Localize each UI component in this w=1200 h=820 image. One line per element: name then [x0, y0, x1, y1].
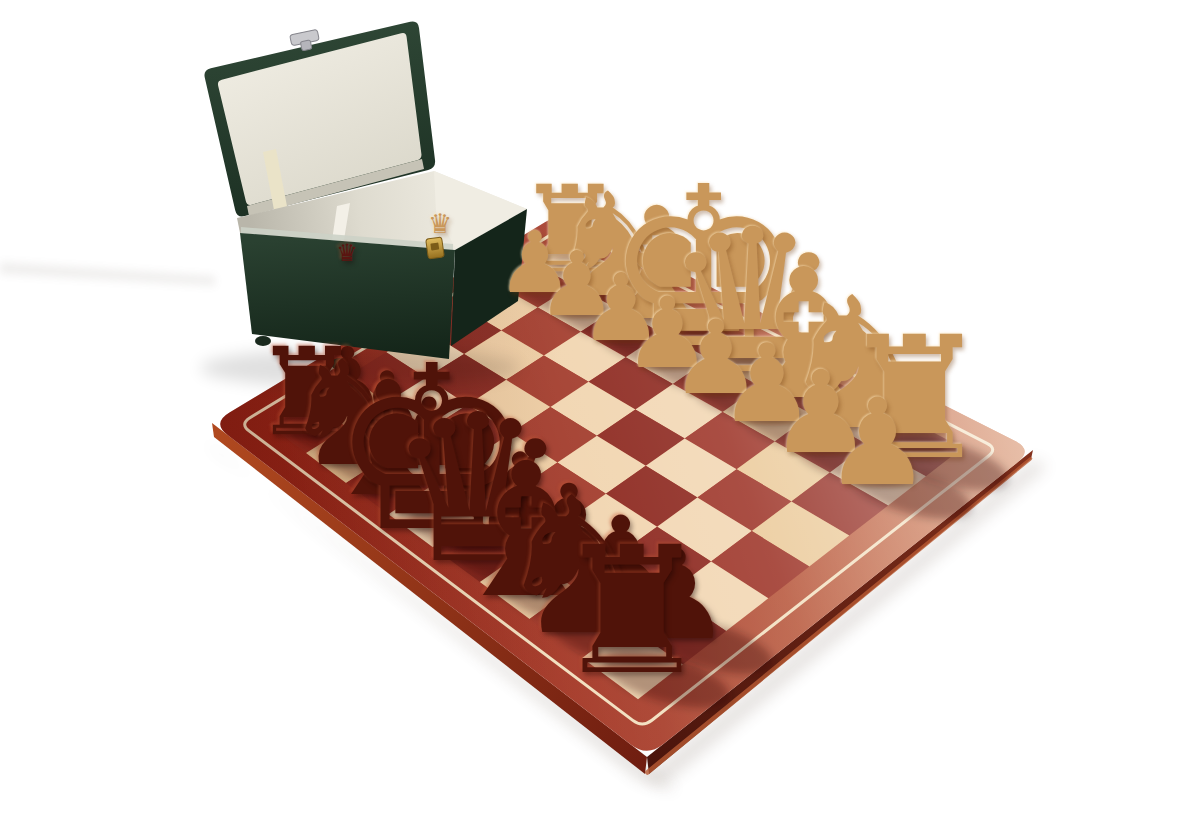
box-shadow — [200, 348, 520, 388]
product-photo-scene: ♜♞♝♛♚♝♞♜♟♟♟♟♟♟♟♟♟♟♟♟♟♟♟♟♜♞♝♛♚♝♞♜♛♛ — [0, 0, 1200, 820]
table-edge-shadow — [0, 262, 215, 286]
chess-set-scene-svg — [0, 0, 1200, 820]
front-clasp-icon — [426, 237, 445, 259]
box-foot — [331, 358, 349, 370]
box-front-face — [240, 233, 455, 359]
box-foot — [255, 336, 271, 346]
